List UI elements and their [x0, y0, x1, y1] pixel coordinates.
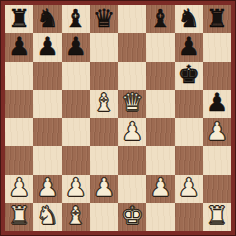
- white-pawn[interactable]: ♟: [121, 119, 143, 144]
- square-b8[interactable]: ♞: [33, 5, 61, 33]
- square-h3[interactable]: [203, 146, 231, 174]
- square-b3[interactable]: [33, 146, 61, 174]
- square-b2[interactable]: ♟: [33, 175, 61, 203]
- black-rook[interactable]: ♜: [8, 6, 30, 31]
- square-g8[interactable]: ♞: [175, 5, 203, 33]
- square-g5[interactable]: [175, 90, 203, 118]
- chess-board: ♜♞♝♛♝♞♜♟♟♟♟♚♝♛♟♟♟♟♟♟♟♟♟♜♞♝♚♜: [5, 5, 231, 231]
- square-g4[interactable]: [175, 118, 203, 146]
- square-c6[interactable]: [62, 62, 90, 90]
- black-pawn[interactable]: ♟: [64, 34, 86, 59]
- square-c4[interactable]: [62, 118, 90, 146]
- white-pawn[interactable]: ♟: [177, 175, 199, 200]
- black-queen[interactable]: ♛: [93, 6, 115, 31]
- black-knight[interactable]: ♞: [36, 6, 58, 31]
- square-a2[interactable]: ♟: [5, 175, 33, 203]
- square-d1[interactable]: [90, 203, 118, 231]
- square-f8[interactable]: ♝: [146, 5, 174, 33]
- black-pawn[interactable]: ♟: [8, 34, 30, 59]
- square-d4[interactable]: [90, 118, 118, 146]
- white-pawn[interactable]: ♟: [64, 175, 86, 200]
- white-bishop[interactable]: ♝: [93, 90, 115, 115]
- square-g2[interactable]: ♟: [175, 175, 203, 203]
- square-d8[interactable]: ♛: [90, 5, 118, 33]
- square-e1[interactable]: ♚: [118, 203, 146, 231]
- black-pawn[interactable]: ♟: [177, 34, 199, 59]
- black-pawn[interactable]: ♟: [36, 34, 58, 59]
- white-pawn[interactable]: ♟: [149, 175, 171, 200]
- black-king[interactable]: ♚: [177, 62, 199, 87]
- square-d3[interactable]: [90, 146, 118, 174]
- black-pawn[interactable]: ♟: [206, 90, 228, 115]
- square-c8[interactable]: ♝: [62, 5, 90, 33]
- white-queen[interactable]: ♛: [121, 90, 143, 115]
- square-e8[interactable]: [118, 5, 146, 33]
- square-h7[interactable]: [203, 33, 231, 61]
- square-e7[interactable]: [118, 33, 146, 61]
- square-h8[interactable]: ♜: [203, 5, 231, 33]
- square-g7[interactable]: ♟: [175, 33, 203, 61]
- square-f4[interactable]: [146, 118, 174, 146]
- white-rook[interactable]: ♜: [8, 203, 30, 228]
- square-b4[interactable]: [33, 118, 61, 146]
- square-e3[interactable]: [118, 146, 146, 174]
- black-knight[interactable]: ♞: [177, 6, 199, 31]
- black-bishop[interactable]: ♝: [64, 6, 86, 31]
- square-c1[interactable]: ♝: [62, 203, 90, 231]
- square-a6[interactable]: [5, 62, 33, 90]
- square-h2[interactable]: [203, 175, 231, 203]
- square-d7[interactable]: [90, 33, 118, 61]
- square-e5[interactable]: ♛: [118, 90, 146, 118]
- square-b7[interactable]: ♟: [33, 33, 61, 61]
- square-h5[interactable]: ♟: [203, 90, 231, 118]
- square-a8[interactable]: ♜: [5, 5, 33, 33]
- square-f1[interactable]: [146, 203, 174, 231]
- square-e4[interactable]: ♟: [118, 118, 146, 146]
- square-f3[interactable]: [146, 146, 174, 174]
- square-a1[interactable]: ♜: [5, 203, 33, 231]
- square-h1[interactable]: ♜: [203, 203, 231, 231]
- square-a3[interactable]: [5, 146, 33, 174]
- square-h6[interactable]: [203, 62, 231, 90]
- square-c2[interactable]: ♟: [62, 175, 90, 203]
- black-rook[interactable]: ♜: [206, 6, 228, 31]
- square-f2[interactable]: ♟: [146, 175, 174, 203]
- square-d5[interactable]: ♝: [90, 90, 118, 118]
- white-knight[interactable]: ♞: [36, 203, 58, 228]
- white-rook[interactable]: ♜: [206, 203, 228, 228]
- black-bishop[interactable]: ♝: [149, 6, 171, 31]
- square-a5[interactable]: [5, 90, 33, 118]
- square-b1[interactable]: ♞: [33, 203, 61, 231]
- square-d6[interactable]: [90, 62, 118, 90]
- square-d2[interactable]: ♟: [90, 175, 118, 203]
- white-pawn[interactable]: ♟: [8, 175, 30, 200]
- white-pawn[interactable]: ♟: [36, 175, 58, 200]
- board-frame: ♜♞♝♛♝♞♜♟♟♟♟♚♝♛♟♟♟♟♟♟♟♟♟♜♞♝♚♜: [0, 0, 236, 236]
- square-c7[interactable]: ♟: [62, 33, 90, 61]
- square-g6[interactable]: ♚: [175, 62, 203, 90]
- square-e2[interactable]: [118, 175, 146, 203]
- square-a4[interactable]: [5, 118, 33, 146]
- white-king[interactable]: ♚: [121, 203, 143, 228]
- square-f5[interactable]: [146, 90, 174, 118]
- square-f6[interactable]: [146, 62, 174, 90]
- square-f7[interactable]: [146, 33, 174, 61]
- square-e6[interactable]: [118, 62, 146, 90]
- square-c5[interactable]: [62, 90, 90, 118]
- white-pawn[interactable]: ♟: [93, 175, 115, 200]
- white-bishop[interactable]: ♝: [64, 203, 86, 228]
- white-pawn[interactable]: ♟: [206, 119, 228, 144]
- square-h4[interactable]: ♟: [203, 118, 231, 146]
- square-g1[interactable]: [175, 203, 203, 231]
- square-b6[interactable]: [33, 62, 61, 90]
- square-g3[interactable]: [175, 146, 203, 174]
- square-b5[interactable]: [33, 90, 61, 118]
- square-a7[interactable]: ♟: [5, 33, 33, 61]
- square-c3[interactable]: [62, 146, 90, 174]
